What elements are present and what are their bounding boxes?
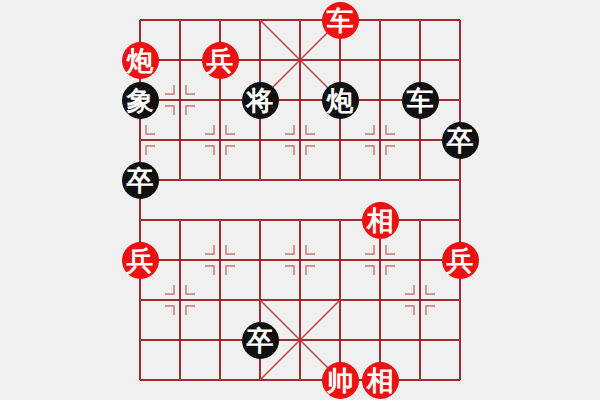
piece-black-soldier[interactable]: 卒 (442, 122, 479, 159)
piece-red-general[interactable]: 帅 (322, 362, 359, 399)
piece-black-chariot[interactable]: 车 (402, 82, 439, 119)
piece-black-cannon[interactable]: 炮 (322, 82, 359, 119)
piece-black-soldier[interactable]: 卒 (242, 322, 279, 359)
piece-red-soldier[interactable]: 兵 (442, 242, 479, 279)
piece-black-general[interactable]: 将 (242, 82, 279, 119)
piece-red-cannon[interactable]: 炮 (122, 42, 159, 79)
piece-black-soldier[interactable]: 卒 (122, 162, 159, 199)
piece-red-soldier[interactable]: 兵 (202, 42, 239, 79)
xiangqi-board: 车炮兵象将炮车卒卒相兵兵卒帅相 (0, 0, 600, 400)
piece-red-elephant[interactable]: 相 (362, 362, 399, 399)
piece-black-elephant[interactable]: 象 (122, 82, 159, 119)
piece-red-chariot[interactable]: 车 (322, 2, 359, 39)
piece-red-elephant[interactable]: 相 (362, 202, 399, 239)
piece-red-soldier[interactable]: 兵 (122, 242, 159, 279)
piece-grid: 车炮兵象将炮车卒卒相兵兵卒帅相 (120, 0, 480, 400)
